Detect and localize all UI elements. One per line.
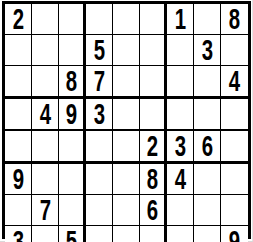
cell-r1c1[interactable]: 2	[5, 4, 32, 35]
cell-r3c1[interactable]	[5, 66, 32, 99]
cell-digit: 4	[229, 66, 240, 96]
cell-digit: 8	[229, 4, 240, 34]
cell-digit: 6	[201, 131, 212, 161]
cell-r8c4[interactable]	[86, 195, 113, 226]
cell-r8c3[interactable]	[59, 195, 86, 226]
cell-r8c8[interactable]	[194, 195, 221, 226]
sudoku-board: 2185387449323698476359	[2, 1, 251, 239]
cell-r3c2[interactable]	[32, 66, 59, 99]
cell-r2c6[interactable]	[140, 35, 167, 66]
cell-r3c6[interactable]	[140, 66, 167, 99]
cell-r8c1[interactable]	[5, 195, 32, 226]
cell-r2c7[interactable]	[167, 35, 194, 66]
cell-digit: 6	[146, 195, 157, 225]
cell-digit: 5	[65, 226, 76, 242]
spreadsheet-gridline-right	[252, 0, 253, 242]
cell-r7c2[interactable]	[32, 164, 59, 195]
cell-r8c9[interactable]	[221, 195, 248, 226]
cell-digit: 4	[39, 99, 50, 129]
cell-r4c3[interactable]: 9	[59, 99, 86, 130]
cell-r9c9[interactable]: 9	[221, 226, 248, 242]
cell-r2c4[interactable]: 5	[86, 35, 113, 66]
cell-r6c6[interactable]: 2	[140, 131, 167, 164]
cell-r7c6[interactable]: 8	[140, 164, 167, 195]
cell-r7c4[interactable]	[86, 164, 113, 195]
cell-r3c8[interactable]	[194, 66, 221, 99]
cell-digit: 3	[201, 35, 212, 65]
cell-r1c8[interactable]	[194, 4, 221, 35]
cell-r6c5[interactable]	[113, 131, 140, 164]
cell-r4c4[interactable]: 3	[86, 99, 113, 130]
cell-digit: 3	[174, 131, 185, 161]
cell-r1c3[interactable]	[59, 4, 86, 35]
cell-r6c2[interactable]	[32, 131, 59, 164]
cell-digit: 2	[146, 131, 157, 161]
cell-r1c7[interactable]: 1	[167, 4, 194, 35]
cell-r4c1[interactable]	[5, 99, 32, 130]
cell-r1c2[interactable]	[32, 4, 59, 35]
cell-r4c6[interactable]	[140, 99, 167, 130]
cell-digit: 4	[174, 164, 185, 194]
cell-r6c4[interactable]	[86, 131, 113, 164]
cell-r6c7[interactable]: 3	[167, 131, 194, 164]
cell-digit: 9	[12, 164, 23, 194]
cell-r7c1[interactable]: 9	[5, 164, 32, 195]
cell-r9c7[interactable]	[167, 226, 194, 242]
cell-r2c8[interactable]: 3	[194, 35, 221, 66]
cell-r9c1[interactable]: 3	[5, 226, 32, 242]
cell-r9c8[interactable]	[194, 226, 221, 242]
cell-r2c3[interactable]	[59, 35, 86, 66]
cell-r4c9[interactable]	[221, 99, 248, 130]
cell-r1c5[interactable]	[113, 4, 140, 35]
cell-r9c3[interactable]: 5	[59, 226, 86, 242]
cell-digit: 5	[93, 35, 104, 65]
cell-r8c7[interactable]	[167, 195, 194, 226]
cell-r9c6[interactable]	[140, 226, 167, 242]
cell-r7c8[interactable]	[194, 164, 221, 195]
cell-r6c3[interactable]	[59, 131, 86, 164]
cell-r7c5[interactable]	[113, 164, 140, 195]
cell-digit: 3	[93, 99, 104, 129]
cell-r4c8[interactable]	[194, 99, 221, 130]
cell-r9c5[interactable]	[113, 226, 140, 242]
cell-r7c7[interactable]: 4	[167, 164, 194, 195]
cell-r9c2[interactable]	[32, 226, 59, 242]
cell-r2c2[interactable]	[32, 35, 59, 66]
cell-r6c9[interactable]	[221, 131, 248, 164]
cell-r2c5[interactable]	[113, 35, 140, 66]
cell-digit: 8	[65, 66, 76, 96]
cell-digit: 9	[65, 99, 76, 129]
cell-r1c6[interactable]	[140, 4, 167, 35]
cell-digit: 2	[12, 4, 23, 34]
cell-r8c5[interactable]	[113, 195, 140, 226]
cell-r4c7[interactable]	[167, 99, 194, 130]
cell-digit: 1	[174, 4, 185, 34]
cell-r4c5[interactable]	[113, 99, 140, 130]
cell-r3c4[interactable]: 7	[86, 66, 113, 99]
cell-r9c4[interactable]	[86, 226, 113, 242]
cell-r3c5[interactable]	[113, 66, 140, 99]
cell-digit: 3	[12, 226, 23, 242]
cell-r8c6[interactable]: 6	[140, 195, 167, 226]
cell-r2c1[interactable]	[5, 35, 32, 66]
cell-r1c4[interactable]	[86, 4, 113, 35]
cell-r6c1[interactable]	[5, 131, 32, 164]
cell-r3c3[interactable]: 8	[59, 66, 86, 99]
cell-digit: 7	[93, 66, 104, 96]
cell-r7c3[interactable]	[59, 164, 86, 195]
cell-digit: 9	[229, 226, 240, 242]
cell-r3c7[interactable]	[167, 66, 194, 99]
cell-r8c2[interactable]: 7	[32, 195, 59, 226]
cell-r2c9[interactable]	[221, 35, 248, 66]
cell-r4c2[interactable]: 4	[32, 99, 59, 130]
cell-r3c9[interactable]: 4	[221, 66, 248, 99]
cell-digit: 8	[146, 164, 157, 194]
cell-digit: 7	[39, 195, 50, 225]
cell-r6c8[interactable]: 6	[194, 131, 221, 164]
cell-r1c9[interactable]: 8	[221, 4, 248, 35]
cell-r7c9[interactable]	[221, 164, 248, 195]
